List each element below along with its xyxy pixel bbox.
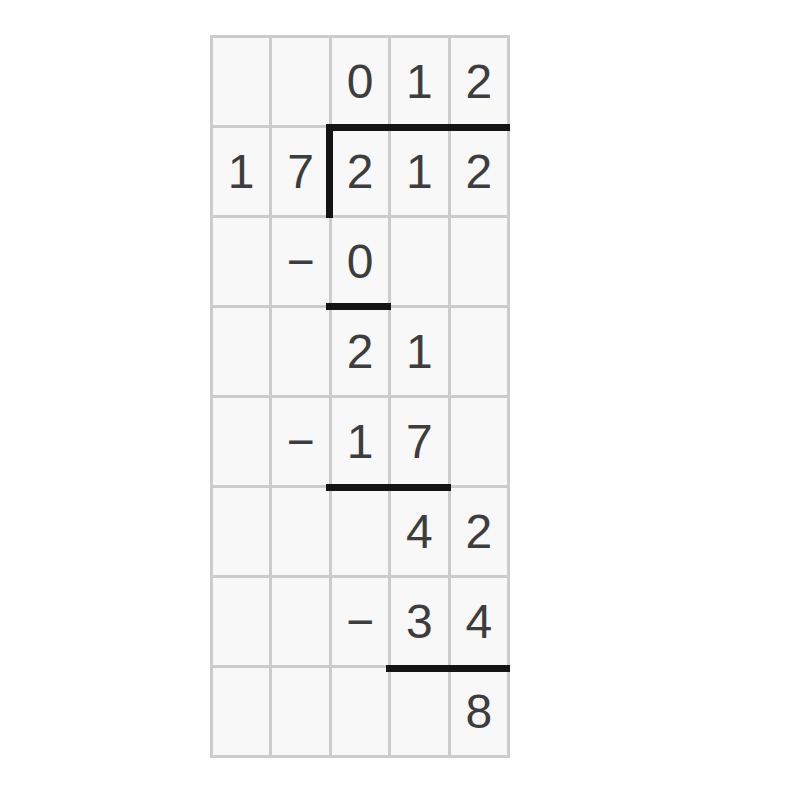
- cell-r5c5: [451, 398, 507, 485]
- subtraction-underline-3: [386, 665, 510, 672]
- division-grid: 0 1 2 1 7 2 1 2 − 0 2 1 − 1 7 4 2 −: [210, 35, 510, 758]
- cell-r1c3-quotient-digit: 0: [332, 38, 388, 125]
- subtraction-underline-2: [326, 484, 451, 491]
- long-division-worksheet: 0 1 2 1 7 2 1 2 − 0 2 1 − 1 7 4 2 −: [0, 0, 800, 800]
- cell-r3c5: [451, 218, 507, 305]
- cell-r6c2: [272, 488, 328, 575]
- cell-r3c3: 0: [332, 218, 388, 305]
- cell-r5c3: 1: [332, 398, 388, 485]
- cell-r3c4: [391, 218, 447, 305]
- cell-r3c2-minus-sign: −: [272, 218, 328, 305]
- cell-r1c4-quotient-digit: 1: [391, 38, 447, 125]
- subtraction-underline-1: [326, 303, 391, 310]
- cell-r1c1: [213, 38, 269, 125]
- cell-r8c2: [272, 668, 328, 755]
- division-bracket-horizontal-line: [326, 124, 510, 131]
- cell-r7c2: [272, 578, 328, 665]
- cell-r8c5-remainder-digit: 8: [451, 668, 507, 755]
- cell-r3c1: [213, 218, 269, 305]
- cell-r7c1: [213, 578, 269, 665]
- cell-r2c5-dividend-digit: 2: [451, 128, 507, 215]
- cell-r8c1: [213, 668, 269, 755]
- cell-r7c5: 4: [451, 578, 507, 665]
- cell-r2c3-dividend-digit: 2: [332, 128, 388, 215]
- cell-r4c3: 2: [332, 308, 388, 395]
- cell-r2c1-divisor-digit: 1: [213, 128, 269, 215]
- cell-r6c4: 4: [391, 488, 447, 575]
- cell-r5c4: 7: [391, 398, 447, 485]
- division-bracket-vertical-line: [326, 124, 333, 218]
- cell-r7c3-minus-sign: −: [332, 578, 388, 665]
- cell-r5c1: [213, 398, 269, 485]
- cell-r4c5: [451, 308, 507, 395]
- cell-r2c2-divisor-digit: 7: [272, 128, 328, 215]
- cell-r6c5: 2: [451, 488, 507, 575]
- cell-r1c5-quotient-digit: 2: [451, 38, 507, 125]
- cell-r8c3: [332, 668, 388, 755]
- cell-r4c1: [213, 308, 269, 395]
- cell-r8c4: [391, 668, 447, 755]
- cell-r4c2: [272, 308, 328, 395]
- cell-r7c4: 3: [391, 578, 447, 665]
- cell-r4c4: 1: [391, 308, 447, 395]
- cell-r5c2-minus-sign: −: [272, 398, 328, 485]
- cell-r2c4-dividend-digit: 1: [391, 128, 447, 215]
- cell-r1c2: [272, 38, 328, 125]
- cell-r6c1: [213, 488, 269, 575]
- cell-r6c3: [332, 488, 388, 575]
